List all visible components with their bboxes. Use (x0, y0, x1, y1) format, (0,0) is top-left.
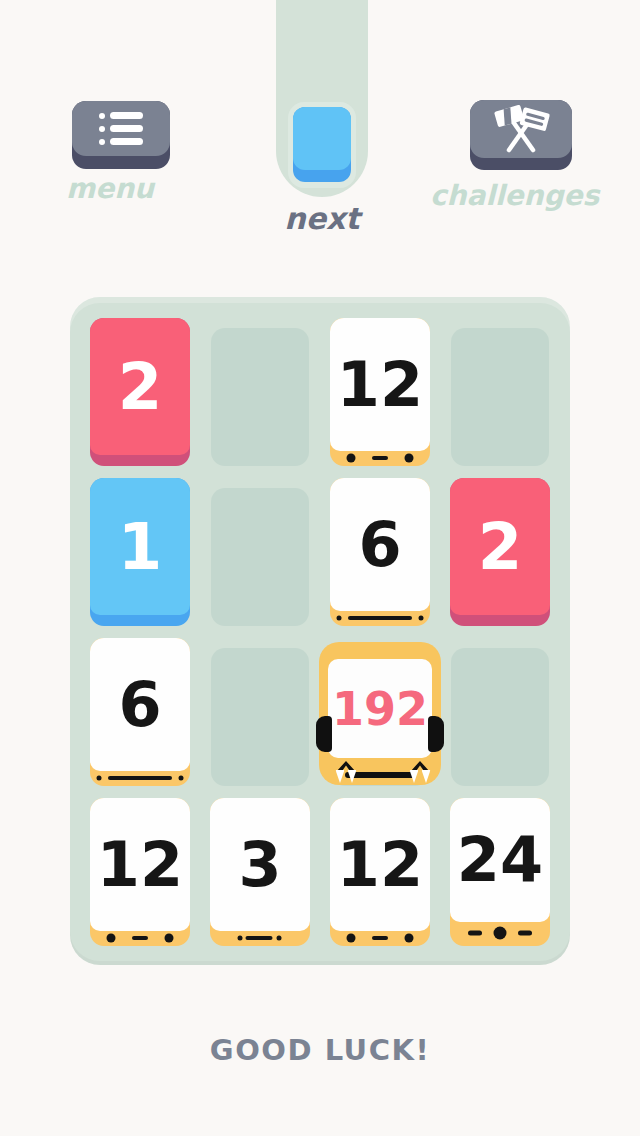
tile-number: 2 (118, 355, 163, 419)
tile-1[interactable]: 1 (90, 478, 190, 626)
tile-12[interactable]: 12 (330, 318, 430, 466)
game-board[interactable]: 21216261921231224 (70, 297, 570, 965)
tile-number: 3 (238, 834, 281, 896)
tile-3[interactable]: 3 (210, 798, 310, 946)
tile-face: 6 (90, 638, 190, 771)
menu-label: menu (50, 172, 170, 205)
tile-192[interactable]: 192 (319, 642, 441, 785)
board-slot (451, 648, 549, 786)
challenges-label: challenges (430, 179, 580, 212)
tile-mouth-strip (330, 611, 430, 626)
mega-fangs-icon (410, 770, 431, 783)
next-label: next (276, 201, 368, 236)
tile-mouth-strip (450, 922, 550, 946)
tile-face: 2 (90, 318, 190, 455)
tile-6[interactable]: 6 (330, 478, 430, 626)
tile-2[interactable]: 2 (90, 318, 190, 466)
challenges-button-face (470, 100, 572, 158)
crossed-flags-icon (487, 104, 555, 154)
next-card-strip (276, 0, 368, 197)
tile-12[interactable]: 12 (330, 798, 430, 946)
menu-button-face (72, 101, 170, 156)
tile-face: 1 (90, 478, 190, 615)
tile-face: 24 (450, 798, 550, 922)
tile-number: 12 (337, 354, 423, 416)
next-tile-face (293, 107, 351, 170)
tile-face: 12 (330, 318, 430, 451)
tile-mouth-strip (330, 451, 430, 466)
board-slot (211, 328, 309, 466)
tile-mouth-strip (210, 931, 310, 946)
board-slot (211, 648, 309, 786)
mega-ear-icon (316, 716, 332, 752)
challenges-button[interactable] (470, 100, 572, 170)
tile-face: 2 (450, 478, 550, 615)
tile-number: 1 (118, 515, 163, 579)
threes-game-screen: menu next (0, 0, 640, 1136)
tile-number: 12 (337, 834, 423, 896)
status-message: GOOD LUCK! (0, 1033, 640, 1067)
tile-mouth-strip (90, 931, 190, 946)
tile-number: 6 (118, 674, 161, 736)
menu-list-icon (99, 112, 143, 145)
tile-number: 2 (478, 515, 523, 579)
tile-number: 192 (332, 686, 428, 732)
mega-fangs-icon (336, 770, 357, 783)
tile-face: 3 (210, 798, 310, 931)
tile-24[interactable]: 24 (450, 798, 550, 946)
tile-6[interactable]: 6 (90, 638, 190, 786)
tile-mouth-strip (330, 931, 430, 946)
tile-number: 6 (358, 514, 401, 576)
tile-mouth-strip (90, 771, 190, 786)
tile-number: 12 (97, 834, 183, 896)
tile-number: 24 (457, 829, 543, 891)
mega-tile-face: 192 (328, 659, 432, 758)
board-slot (211, 488, 309, 626)
tile-2[interactable]: 2 (450, 478, 550, 626)
next-tile-preview (293, 107, 351, 182)
mega-ear-icon (428, 716, 444, 752)
tile-face: 6 (330, 478, 430, 611)
tile-face: 12 (330, 798, 430, 931)
tile-12[interactable]: 12 (90, 798, 190, 946)
menu-button[interactable] (72, 101, 170, 169)
board-slot (451, 328, 549, 466)
tile-face: 12 (90, 798, 190, 931)
